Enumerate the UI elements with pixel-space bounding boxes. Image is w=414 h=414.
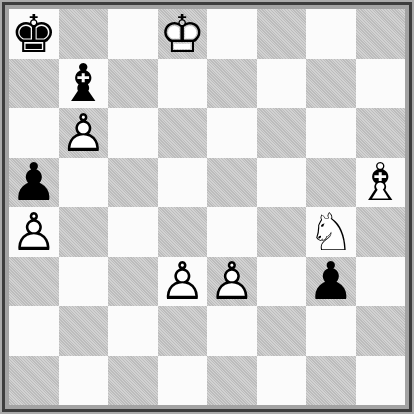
square-h7[interactable] bbox=[356, 59, 406, 109]
white-bishop-glyph: ♗ bbox=[356, 158, 406, 208]
black-pawn: ♟ bbox=[306, 257, 356, 307]
white-knight: ♞♘ bbox=[306, 207, 356, 257]
square-c1[interactable] bbox=[108, 356, 158, 406]
black-bishop-glyph: ♝ bbox=[59, 59, 109, 109]
white-king: ♚♔ bbox=[158, 9, 208, 59]
square-f6[interactable] bbox=[257, 108, 307, 158]
square-a4[interactable]: ♟♙ bbox=[9, 207, 59, 257]
white-pawn: ♟♙ bbox=[9, 207, 59, 257]
square-d1[interactable] bbox=[158, 356, 208, 406]
square-c5[interactable] bbox=[108, 158, 158, 208]
square-e6[interactable] bbox=[207, 108, 257, 158]
square-b5[interactable] bbox=[59, 158, 109, 208]
square-h4[interactable] bbox=[356, 207, 406, 257]
white-pawn: ♟♙ bbox=[158, 257, 208, 307]
white-pawn: ♟♙ bbox=[207, 257, 257, 307]
square-h8[interactable] bbox=[356, 9, 406, 59]
square-a2[interactable] bbox=[9, 306, 59, 356]
square-e5[interactable] bbox=[207, 158, 257, 208]
square-g3[interactable]: ♟ bbox=[306, 257, 356, 307]
square-h5[interactable]: ♝♗ bbox=[356, 158, 406, 208]
white-pawn-glyph: ♙ bbox=[59, 108, 109, 158]
white-pawn-glyph: ♙ bbox=[9, 207, 59, 257]
square-c8[interactable] bbox=[108, 9, 158, 59]
square-g6[interactable] bbox=[306, 108, 356, 158]
square-d8[interactable]: ♚♔ bbox=[158, 9, 208, 59]
square-g8[interactable] bbox=[306, 9, 356, 59]
square-g2[interactable] bbox=[306, 306, 356, 356]
square-g4[interactable]: ♞♘ bbox=[306, 207, 356, 257]
square-c2[interactable] bbox=[108, 306, 158, 356]
black-king: ♚ bbox=[9, 9, 59, 59]
black-pawn-glyph: ♟ bbox=[9, 158, 59, 208]
square-d5[interactable] bbox=[158, 158, 208, 208]
black-pawn-glyph: ♟ bbox=[306, 257, 356, 307]
square-d6[interactable] bbox=[158, 108, 208, 158]
square-h6[interactable] bbox=[356, 108, 406, 158]
square-e2[interactable] bbox=[207, 306, 257, 356]
square-f7[interactable] bbox=[257, 59, 307, 109]
square-f4[interactable] bbox=[257, 207, 307, 257]
white-king-glyph: ♔ bbox=[158, 9, 208, 59]
board-frame: ♚♚♔♝♟♙♟♝♗♟♙♞♘♟♙♟♙♟ bbox=[0, 0, 414, 414]
chess-board: ♚♚♔♝♟♙♟♝♗♟♙♞♘♟♙♟♙♟ bbox=[9, 9, 405, 405]
board-frame-inner-lip: ♚♚♔♝♟♙♟♝♗♟♙♞♘♟♙♟♙♟ bbox=[5, 5, 409, 409]
square-c4[interactable] bbox=[108, 207, 158, 257]
square-g5[interactable] bbox=[306, 158, 356, 208]
square-a7[interactable] bbox=[9, 59, 59, 109]
square-a8[interactable]: ♚ bbox=[9, 9, 59, 59]
square-f1[interactable] bbox=[257, 356, 307, 406]
square-f5[interactable] bbox=[257, 158, 307, 208]
square-b6[interactable]: ♟♙ bbox=[59, 108, 109, 158]
black-pawn: ♟ bbox=[9, 158, 59, 208]
board-frame-dark-band: ♚♚♔♝♟♙♟♝♗♟♙♞♘♟♙♟♙♟ bbox=[2, 2, 412, 412]
square-e8[interactable] bbox=[207, 9, 257, 59]
white-pawn-glyph: ♙ bbox=[158, 257, 208, 307]
square-a6[interactable] bbox=[9, 108, 59, 158]
square-b3[interactable] bbox=[59, 257, 109, 307]
white-bishop: ♝♗ bbox=[356, 158, 406, 208]
white-pawn-glyph: ♙ bbox=[207, 257, 257, 307]
square-a3[interactable] bbox=[9, 257, 59, 307]
square-d3[interactable]: ♟♙ bbox=[158, 257, 208, 307]
black-king-glyph: ♚ bbox=[9, 9, 59, 59]
square-h1[interactable] bbox=[356, 356, 406, 406]
square-b7[interactable]: ♝ bbox=[59, 59, 109, 109]
square-c7[interactable] bbox=[108, 59, 158, 109]
square-f8[interactable] bbox=[257, 9, 307, 59]
square-g7[interactable] bbox=[306, 59, 356, 109]
square-f3[interactable] bbox=[257, 257, 307, 307]
square-d4[interactable] bbox=[158, 207, 208, 257]
square-d7[interactable] bbox=[158, 59, 208, 109]
square-b2[interactable] bbox=[59, 306, 109, 356]
square-b8[interactable] bbox=[59, 9, 109, 59]
square-g1[interactable] bbox=[306, 356, 356, 406]
square-b1[interactable] bbox=[59, 356, 109, 406]
square-c3[interactable] bbox=[108, 257, 158, 307]
white-pawn: ♟♙ bbox=[59, 108, 109, 158]
black-bishop: ♝ bbox=[59, 59, 109, 109]
square-d2[interactable] bbox=[158, 306, 208, 356]
square-a1[interactable] bbox=[9, 356, 59, 406]
square-h3[interactable] bbox=[356, 257, 406, 307]
square-e7[interactable] bbox=[207, 59, 257, 109]
square-f2[interactable] bbox=[257, 306, 307, 356]
square-h2[interactable] bbox=[356, 306, 406, 356]
square-b4[interactable] bbox=[59, 207, 109, 257]
square-e1[interactable] bbox=[207, 356, 257, 406]
square-c6[interactable] bbox=[108, 108, 158, 158]
square-a5[interactable]: ♟ bbox=[9, 158, 59, 208]
white-knight-glyph: ♘ bbox=[306, 207, 356, 257]
square-e3[interactable]: ♟♙ bbox=[207, 257, 257, 307]
square-e4[interactable] bbox=[207, 207, 257, 257]
